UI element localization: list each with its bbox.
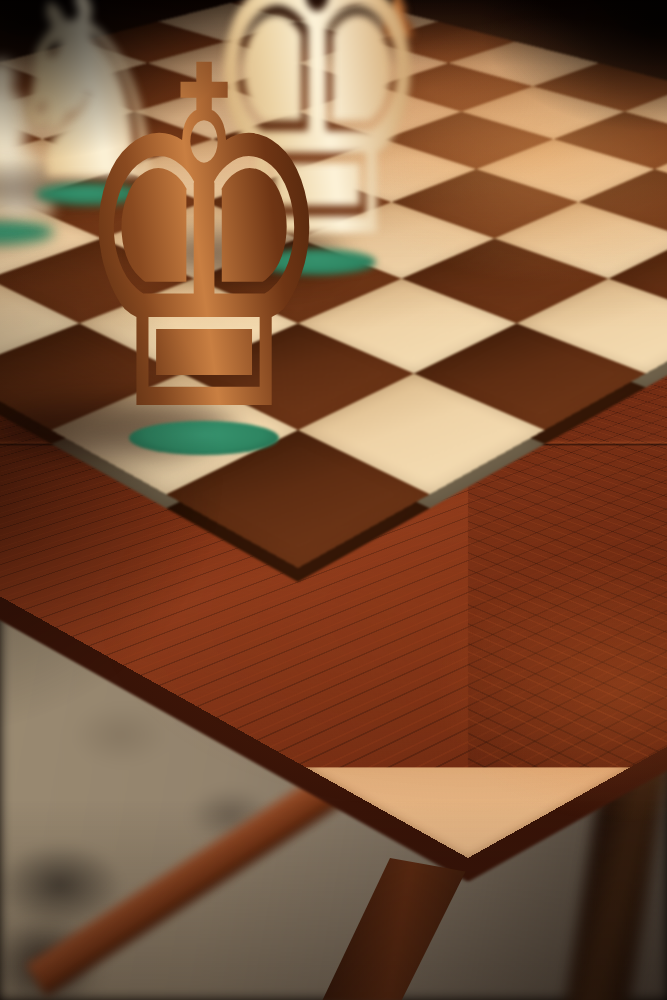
chess-piece-dark-king[interactable]: ♚ (0, 8, 415, 478)
chess-photo-scene: ♟♟♞♚♚ (0, 0, 667, 1000)
pieces-layer: ♟♟♞♚♚ (0, 0, 667, 1000)
dark-king-glyph: ♚ (69, 8, 339, 478)
